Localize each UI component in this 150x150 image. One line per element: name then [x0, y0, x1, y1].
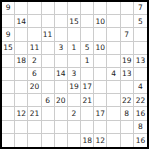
- clue-cell-r9c3[interactable]: 21: [28, 107, 41, 120]
- clue-cell-r8c4[interactable]: 6: [42, 94, 55, 107]
- empty-cell-r10c5[interactable]: [55, 121, 68, 134]
- empty-cell-r5c6[interactable]: [68, 55, 81, 68]
- clue-cell-r9c8[interactable]: 17: [94, 107, 107, 120]
- clue-cell-r6c5[interactable]: 14: [55, 68, 68, 81]
- empty-cell-r1c10[interactable]: [121, 2, 134, 15]
- empty-cell-r1c3[interactable]: [28, 2, 41, 15]
- empty-cell-r11c2[interactable]: [15, 134, 28, 147]
- clue-cell-r9c10[interactable]: 8: [121, 107, 134, 120]
- empty-cell-r10c3[interactable]: [28, 121, 41, 134]
- clue-cell-r7c7[interactable]: 17: [81, 81, 94, 94]
- empty-cell-r3c11[interactable]: [134, 28, 147, 41]
- empty-cell-r7c10[interactable]: [121, 81, 134, 94]
- empty-cell-r6c1[interactable]: [2, 68, 15, 81]
- empty-cell-r8c9[interactable]: [107, 94, 120, 107]
- empty-cell-r9c5[interactable]: [55, 107, 68, 120]
- empty-cell-r8c6[interactable]: [68, 94, 81, 107]
- empty-cell-r5c9[interactable]: [107, 55, 120, 68]
- clue-cell-r3c10[interactable]: 7: [121, 28, 134, 41]
- clue-cell-r2c8[interactable]: 10: [94, 15, 107, 28]
- empty-cell-r9c7[interactable]: [81, 107, 94, 120]
- empty-cell-r8c3[interactable]: [28, 94, 41, 107]
- clue-cell-r10c11[interactable]: 8: [134, 121, 147, 134]
- clue-cell-r6c10[interactable]: 13: [121, 68, 134, 81]
- empty-cell-r10c8[interactable]: [94, 121, 107, 134]
- empty-cell-r10c7[interactable]: [81, 121, 94, 134]
- clue-cell-r2c6[interactable]: 15: [68, 15, 81, 28]
- clue-cell-r5c10[interactable]: 19: [121, 55, 134, 68]
- clue-cell-r7c11[interactable]: 4: [134, 81, 147, 94]
- clue-cell-r4c5[interactable]: 3: [55, 42, 68, 55]
- clue-cell-r8c5[interactable]: 20: [55, 94, 68, 107]
- empty-cell-r10c10[interactable]: [121, 121, 134, 134]
- clue-cell-r9c2[interactable]: 12: [15, 107, 28, 120]
- empty-cell-r10c2[interactable]: [15, 121, 28, 134]
- empty-cell-r2c5[interactable]: [55, 15, 68, 28]
- empty-cell-r1c2[interactable]: [15, 2, 28, 15]
- clue-cell-r11c8[interactable]: 12: [94, 134, 107, 147]
- empty-cell-r3c5[interactable]: [55, 28, 68, 41]
- clue-cell-r11c11[interactable]: 16: [134, 134, 147, 147]
- clue-cell-r8c10[interactable]: 22: [121, 94, 134, 107]
- empty-cell-r10c4[interactable]: [42, 121, 55, 134]
- clue-cell-r5c11[interactable]: 13: [134, 55, 147, 68]
- empty-cell-r4c2[interactable]: [15, 42, 28, 55]
- empty-cell-r3c7[interactable]: [81, 28, 94, 41]
- empty-cell-r7c5[interactable]: [55, 81, 68, 94]
- clue-cell-r4c7[interactable]: 5: [81, 42, 94, 55]
- empty-cell-r1c8[interactable]: [94, 2, 107, 15]
- empty-cell-r8c2[interactable]: [15, 94, 28, 107]
- empty-cell-r7c2[interactable]: [15, 81, 28, 94]
- empty-cell-r8c1[interactable]: [2, 94, 15, 107]
- empty-cell-r10c6[interactable]: [68, 121, 81, 134]
- empty-cell-r7c1[interactable]: [2, 81, 15, 94]
- empty-cell-r6c11[interactable]: [134, 68, 147, 81]
- empty-cell-r1c4[interactable]: [42, 2, 55, 15]
- empty-cell-r2c4[interactable]: [42, 15, 55, 28]
- clue-cell-r4c6[interactable]: 1: [68, 42, 81, 55]
- empty-cell-r6c8[interactable]: [94, 68, 107, 81]
- empty-cell-r11c4[interactable]: [42, 134, 55, 147]
- empty-cell-r6c2[interactable]: [15, 68, 28, 81]
- empty-cell-r2c10[interactable]: [121, 15, 134, 28]
- empty-cell-r3c8[interactable]: [94, 28, 107, 41]
- clue-cell-r2c11[interactable]: 5: [134, 15, 147, 28]
- empty-cell-r5c4[interactable]: [42, 55, 55, 68]
- empty-cell-r2c7[interactable]: [81, 15, 94, 28]
- empty-cell-r11c3[interactable]: [28, 134, 41, 147]
- empty-cell-r4c4[interactable]: [42, 42, 55, 55]
- clue-cell-r2c2[interactable]: 14: [15, 15, 28, 28]
- empty-cell-r4c11[interactable]: [134, 42, 147, 55]
- clue-cell-r4c3[interactable]: 11: [28, 42, 41, 55]
- clue-cell-r8c11[interactable]: 22: [134, 94, 147, 107]
- empty-cell-r6c7[interactable]: [81, 68, 94, 81]
- clue-cell-r7c6[interactable]: 19: [68, 81, 81, 94]
- empty-cell-r2c3[interactable]: [28, 15, 41, 28]
- empty-cell-r5c8[interactable]: [94, 55, 107, 68]
- clue-cell-r4c1[interactable]: 15: [2, 42, 15, 55]
- empty-cell-r7c8[interactable]: [94, 81, 107, 94]
- empty-cell-r1c5[interactable]: [55, 2, 68, 15]
- empty-cell-r3c2[interactable]: [15, 28, 28, 41]
- clue-cell-r5c2[interactable]: 18: [15, 55, 28, 68]
- clue-cell-r11c7[interactable]: 18: [81, 134, 94, 147]
- empty-cell-r3c9[interactable]: [107, 28, 120, 41]
- clue-cell-r4c8[interactable]: 10: [94, 42, 107, 55]
- clue-cell-r6c9[interactable]: 4: [107, 68, 120, 81]
- empty-cell-r1c6[interactable]: [68, 2, 81, 15]
- clue-cell-r1c11[interactable]: 7: [134, 2, 147, 15]
- empty-cell-r11c6[interactable]: [68, 134, 81, 147]
- empty-cell-r4c9[interactable]: [107, 42, 120, 55]
- empty-cell-r11c9[interactable]: [107, 134, 120, 147]
- clue-cell-r9c6[interactable]: 2: [68, 107, 81, 120]
- empty-cell-r11c1[interactable]: [2, 134, 15, 147]
- empty-cell-r3c6[interactable]: [68, 28, 81, 41]
- clue-cell-r6c6[interactable]: 3: [68, 68, 81, 81]
- empty-cell-r5c1[interactable]: [2, 55, 15, 68]
- clue-cell-r6c3[interactable]: 6: [28, 68, 41, 81]
- empty-cell-r9c9[interactable]: [107, 107, 120, 120]
- empty-cell-r4c10[interactable]: [121, 42, 134, 55]
- clue-cell-r7c3[interactable]: 20: [28, 81, 41, 94]
- clue-cell-r3c4[interactable]: 11: [42, 28, 55, 41]
- empty-cell-r3c3[interactable]: [28, 28, 41, 41]
- clue-cell-r5c3[interactable]: 2: [28, 55, 41, 68]
- empty-cell-r10c1[interactable]: [2, 121, 15, 134]
- clue-cell-r9c11[interactable]: 16: [134, 107, 147, 120]
- empty-cell-r1c9[interactable]: [107, 2, 120, 15]
- clue-cell-r3c1[interactable]: 9: [2, 28, 15, 41]
- empty-cell-r10c9[interactable]: [107, 121, 120, 134]
- empty-cell-r8c8[interactable]: [94, 94, 107, 107]
- empty-cell-r9c4[interactable]: [42, 107, 55, 120]
- empty-cell-r5c5[interactable]: [55, 55, 68, 68]
- clue-cell-r8c7[interactable]: 21: [81, 94, 94, 107]
- empty-cell-r6c4[interactable]: [42, 68, 55, 81]
- empty-cell-r11c10[interactable]: [121, 134, 134, 147]
- clue-cell-r1c1[interactable]: 9: [2, 2, 15, 15]
- clue-cell-r5c7[interactable]: 1: [81, 55, 94, 68]
- empty-cell-r2c9[interactable]: [107, 15, 120, 28]
- empty-cell-r2c1[interactable]: [2, 15, 15, 28]
- empty-cell-r11c5[interactable]: [55, 134, 68, 147]
- empty-cell-r1c7[interactable]: [81, 2, 94, 15]
- numberlink-board: 9714151059117151131510182119136143413201…: [0, 0, 149, 149]
- empty-cell-r7c4[interactable]: [42, 81, 55, 94]
- empty-cell-r9c1[interactable]: [2, 107, 15, 120]
- empty-cell-r7c9[interactable]: [107, 81, 120, 94]
